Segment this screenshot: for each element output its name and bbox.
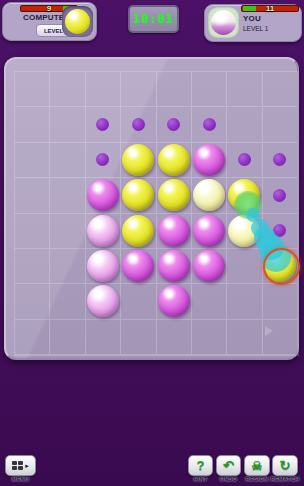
- computer-ball-icon: [65, 9, 90, 34]
- move-dot: [167, 118, 180, 131]
- yellow-ball: [122, 215, 154, 247]
- cell[interactable]: [121, 143, 156, 178]
- rematch-button[interactable]: ↻: [272, 455, 298, 476]
- cell[interactable]: [227, 178, 262, 213]
- cell[interactable]: [157, 249, 192, 284]
- cell[interactable]: [86, 249, 121, 284]
- magenta-ball: [87, 179, 119, 211]
- cell[interactable]: [50, 178, 85, 213]
- undo-button[interactable]: ↶: [216, 455, 241, 476]
- cell[interactable]: [86, 178, 121, 213]
- yellow-ball: [122, 179, 154, 211]
- cell[interactable]: [192, 107, 227, 142]
- cell[interactable]: [192, 143, 227, 178]
- magenta-ball: [193, 215, 225, 247]
- magenta-ball: [193, 144, 225, 176]
- resign-button[interactable]: ☠: [244, 455, 270, 476]
- cell[interactable]: [50, 214, 85, 249]
- undo-arrow-icon: ↶: [223, 459, 234, 472]
- cell[interactable]: [86, 107, 121, 142]
- timer-display: 10:01: [128, 5, 179, 33]
- you-name-label: YOU: [243, 15, 261, 23]
- move-dot: [273, 189, 286, 202]
- cell[interactable]: [263, 249, 298, 284]
- hint-question-icon: ?: [197, 459, 205, 472]
- move-dot: [273, 153, 286, 166]
- cell[interactable]: [263, 143, 298, 178]
- cell[interactable]: [15, 320, 50, 355]
- move-dot: [238, 153, 251, 166]
- menu-button-label: MENU: [1, 477, 40, 483]
- timer-value: 10:01: [133, 13, 174, 25]
- pale-yellow-ball: [193, 179, 225, 211]
- game-screen: 9 COMPUTER LEVEL 2 10:01 YOU LEVEL 1 11 …: [0, 0, 304, 486]
- cell[interactable]: [157, 72, 192, 107]
- you-ball-frame: [208, 7, 239, 38]
- cell[interactable]: [15, 178, 50, 213]
- hint-button[interactable]: ?: [188, 455, 213, 476]
- menu-arrow-icon: ▸: [25, 462, 29, 469]
- magenta-ball: [158, 250, 190, 282]
- cell[interactable]: [192, 214, 227, 249]
- cell[interactable]: [227, 320, 262, 355]
- cell[interactable]: [157, 320, 192, 355]
- cell[interactable]: [157, 107, 192, 142]
- you-score: 11: [242, 4, 298, 13]
- magenta-ball: [193, 250, 225, 282]
- pink-ball: [87, 285, 119, 317]
- rematch-refresh-icon: ↻: [280, 459, 291, 472]
- move-dot: [96, 118, 109, 131]
- cell[interactable]: [227, 214, 262, 249]
- cell[interactable]: [121, 107, 156, 142]
- cell[interactable]: [263, 107, 298, 142]
- pink-ball: [87, 215, 119, 247]
- yellow-ball: [228, 179, 260, 211]
- cell[interactable]: [121, 178, 156, 213]
- yellow-ball: [122, 144, 154, 176]
- cell[interactable]: [15, 214, 50, 249]
- move-dot: [273, 224, 286, 237]
- cell[interactable]: [227, 249, 262, 284]
- cell[interactable]: [263, 284, 298, 319]
- cell[interactable]: [192, 284, 227, 319]
- pink-ball: [87, 250, 119, 282]
- menu-button[interactable]: ▸: [5, 455, 36, 476]
- move-dot: [132, 118, 145, 131]
- cell[interactable]: [227, 72, 262, 107]
- cell[interactable]: [192, 72, 227, 107]
- magenta-ball: [158, 215, 190, 247]
- cell[interactable]: [192, 249, 227, 284]
- cell[interactable]: [227, 284, 262, 319]
- you-ball-icon: [211, 10, 236, 35]
- cell[interactable]: [263, 320, 298, 355]
- cell[interactable]: [121, 214, 156, 249]
- cell[interactable]: [121, 320, 156, 355]
- cell[interactable]: [263, 72, 298, 107]
- cell[interactable]: [50, 143, 85, 178]
- board-panel: [4, 57, 299, 360]
- cell[interactable]: [50, 284, 85, 319]
- cell[interactable]: [263, 178, 298, 213]
- cell[interactable]: [86, 284, 121, 319]
- resign-skull-icon: ☠: [252, 460, 263, 472]
- board-grid: [14, 71, 299, 356]
- yellow-ball: [158, 179, 190, 211]
- magenta-ball: [158, 285, 190, 317]
- yellow-ball: [264, 250, 296, 282]
- cell[interactable]: [15, 107, 50, 142]
- cell[interactable]: [157, 284, 192, 319]
- cell[interactable]: [157, 214, 192, 249]
- you-health-bar: 11: [241, 5, 299, 12]
- cell[interactable]: [50, 72, 85, 107]
- you-level-label: LEVEL 1: [243, 26, 268, 33]
- move-dot: [203, 118, 216, 131]
- cell[interactable]: [157, 143, 192, 178]
- cell[interactable]: [15, 72, 50, 107]
- cell[interactable]: [15, 249, 50, 284]
- computer-panel: 9 COMPUTER LEVEL 2: [2, 2, 97, 41]
- cell[interactable]: [192, 320, 227, 355]
- cell[interactable]: [227, 107, 262, 142]
- cell[interactable]: [50, 320, 85, 355]
- cell[interactable]: [263, 214, 298, 249]
- cell[interactable]: [227, 143, 262, 178]
- pale-yellow-ball: [228, 215, 260, 247]
- cell[interactable]: [157, 178, 192, 213]
- magenta-ball: [122, 250, 154, 282]
- cell[interactable]: [86, 72, 121, 107]
- cell[interactable]: [50, 249, 85, 284]
- menu-grid-icon: [12, 461, 23, 470]
- cell[interactable]: [50, 107, 85, 142]
- cell[interactable]: [121, 72, 156, 107]
- cell[interactable]: [15, 284, 50, 319]
- you-panel: YOU LEVEL 1 11: [204, 4, 302, 42]
- cell[interactable]: [121, 284, 156, 319]
- cell[interactable]: [86, 320, 121, 355]
- cell[interactable]: [15, 143, 50, 178]
- cell[interactable]: [121, 249, 156, 284]
- cell[interactable]: [86, 143, 121, 178]
- rematch-button-label: REMATCH: [267, 477, 303, 483]
- yellow-ball: [158, 144, 190, 176]
- cell[interactable]: [86, 214, 121, 249]
- cell[interactable]: [192, 178, 227, 213]
- computer-ball-frame: [62, 6, 93, 37]
- move-dot: [96, 153, 109, 166]
